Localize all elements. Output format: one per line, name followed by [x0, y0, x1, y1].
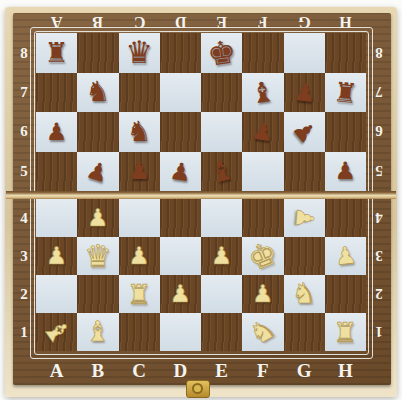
rank-label-right-4: 4 — [369, 209, 389, 227]
square-f4[interactable] — [242, 199, 283, 237]
file-label-bottom-g: G — [284, 359, 325, 383]
square-a5[interactable] — [36, 152, 77, 192]
square-e1[interactable] — [201, 313, 242, 351]
square-d6[interactable] — [160, 112, 201, 152]
file-label-top-g: G — [284, 13, 325, 31]
square-h2[interactable] — [325, 275, 366, 313]
file-label-top-c: C — [119, 13, 160, 31]
rank-label-left-4: 4 — [14, 209, 34, 227]
piece-light-rook-h1[interactable]: ♜ — [325, 313, 366, 351]
rank-label-right-3: 3 — [369, 247, 389, 265]
square-g3[interactable] — [284, 237, 325, 275]
piece-dark-knight-c6[interactable]: ♞ — [119, 112, 160, 152]
file-label-bottom-b: B — [77, 359, 118, 383]
file-label-top-d: D — [160, 13, 201, 31]
square-b2[interactable] — [77, 275, 118, 313]
square-c1[interactable] — [119, 313, 160, 351]
piece-dark-queen-c8[interactable]: ♛ — [119, 33, 160, 73]
piece-light-pawn-g4[interactable]: ♟ — [283, 196, 324, 240]
rank-label-left-7: 7 — [14, 83, 34, 101]
piece-light-pawn-e3[interactable]: ♟ — [201, 237, 242, 275]
file-label-bottom-f: F — [242, 359, 283, 383]
clasp-icon — [186, 380, 210, 398]
rank-label-right-6: 6 — [369, 122, 389, 140]
square-g8[interactable] — [284, 33, 325, 73]
square-f5[interactable] — [242, 152, 283, 192]
chessboard-photo: ♜♛♚♞♝♟♜♟♞♟♟♟♟♟♝♟ ♟♟♟♛♟♟♚♟♜♟♟♞♝♝♞♜ ABCDEF… — [0, 0, 402, 400]
square-d4[interactable] — [160, 199, 201, 237]
square-b8[interactable] — [77, 33, 118, 73]
square-d1[interactable] — [160, 313, 201, 351]
square-h4[interactable] — [325, 199, 366, 237]
piece-light-pawn-f2[interactable]: ♟ — [242, 275, 283, 313]
piece-dark-king-e8[interactable]: ♚ — [198, 30, 244, 75]
square-e7[interactable] — [201, 73, 242, 113]
file-label-bottom-a: A — [36, 359, 77, 383]
board-top-half: ♜♛♚♞♝♟♜♟♞♟♟♟♟♟♝♟ — [36, 33, 366, 191]
board-bottom-half: ♟♟♟♛♟♟♚♟♜♟♟♞♝♝♞♜ — [36, 199, 366, 351]
piece-dark-pawn-c5[interactable]: ♟ — [119, 152, 160, 192]
piece-light-pawn-a3[interactable]: ♟ — [36, 237, 77, 275]
rank-label-left-3: 3 — [14, 247, 34, 265]
square-d8[interactable] — [160, 33, 201, 73]
rank-label-left-6: 6 — [14, 122, 34, 140]
square-e2[interactable] — [201, 275, 242, 313]
file-label-bottom-h: H — [325, 359, 366, 383]
square-c7[interactable] — [119, 73, 160, 113]
piece-light-pawn-h3[interactable]: ♟ — [323, 235, 368, 277]
piece-light-queen-b3[interactable]: ♛ — [77, 237, 118, 275]
file-label-bottom-c: C — [119, 359, 160, 383]
square-d7[interactable] — [160, 73, 201, 113]
piece-dark-rook-a8[interactable]: ♜ — [36, 33, 77, 73]
rank-label-left-5: 5 — [14, 162, 34, 180]
rank-label-left-8: 8 — [14, 44, 34, 62]
file-label-top-h: H — [325, 13, 366, 31]
rank-label-left-2: 2 — [14, 285, 34, 303]
rank-label-right-7: 7 — [369, 83, 389, 101]
piece-light-pawn-d2[interactable]: ♟ — [160, 275, 201, 313]
rank-label-right-2: 2 — [369, 285, 389, 303]
file-label-top-a: A — [36, 13, 77, 31]
rank-label-left-1: 1 — [14, 323, 34, 341]
piece-dark-pawn-h5[interactable]: ♟ — [325, 152, 366, 192]
square-g1[interactable] — [284, 313, 325, 351]
square-c4[interactable] — [119, 199, 160, 237]
piece-light-knight-g2[interactable]: ♞ — [284, 275, 325, 313]
piece-dark-rook-h7[interactable]: ♜ — [323, 70, 368, 114]
piece-light-pawn-b4[interactable]: ♟ — [77, 199, 118, 237]
rank-label-right-5: 5 — [369, 162, 389, 180]
square-e4[interactable] — [201, 199, 242, 237]
square-a7[interactable] — [36, 73, 77, 113]
piece-light-rook-c2[interactable]: ♜ — [119, 275, 160, 313]
file-label-top-b: B — [77, 13, 118, 31]
file-label-top-e: E — [201, 13, 242, 31]
piece-dark-knight-b7[interactable]: ♞ — [77, 73, 118, 113]
square-f8[interactable] — [242, 33, 283, 73]
piece-dark-pawn-d5[interactable]: ♟ — [157, 149, 203, 194]
piece-light-bishop-b1[interactable]: ♝ — [77, 313, 118, 351]
piece-dark-pawn-a6[interactable]: ♟ — [36, 112, 77, 152]
rank-label-right-1: 1 — [369, 323, 389, 341]
piece-light-pawn-c3[interactable]: ♟ — [119, 237, 160, 275]
square-a4[interactable] — [36, 199, 77, 237]
square-e6[interactable] — [201, 112, 242, 152]
file-label-top-f: F — [242, 13, 283, 31]
square-h8[interactable] — [325, 33, 366, 73]
rank-label-right-8: 8 — [369, 44, 389, 62]
fold-seam — [6, 191, 396, 199]
square-d3[interactable] — [160, 237, 201, 275]
